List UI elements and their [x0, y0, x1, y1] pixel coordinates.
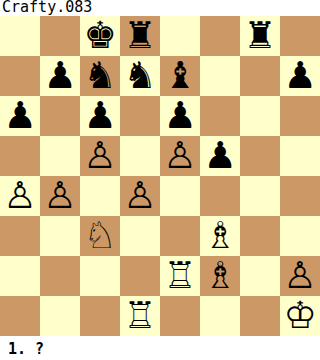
square-c4[interactable]	[80, 176, 120, 216]
piece-white-pawn[interactable]: ♙	[43, 176, 76, 216]
square-h2[interactable]: ♙	[280, 256, 320, 296]
square-b2[interactable]	[40, 256, 80, 296]
square-f4[interactable]	[200, 176, 240, 216]
piece-white-king[interactable]: ♔	[283, 296, 316, 336]
square-e4[interactable]	[160, 176, 200, 216]
square-h1[interactable]: ♔	[280, 296, 320, 336]
piece-white-pawn[interactable]: ♙	[163, 136, 196, 176]
square-g6[interactable]	[240, 96, 280, 136]
square-d6[interactable]	[120, 96, 160, 136]
square-b7[interactable]: ♟	[40, 56, 80, 96]
square-c7[interactable]: ♞	[80, 56, 120, 96]
square-a2[interactable]	[0, 256, 40, 296]
square-d7[interactable]: ♞	[120, 56, 160, 96]
square-g5[interactable]	[240, 136, 280, 176]
move-prompt: 1. ?	[0, 336, 320, 360]
piece-black-knight[interactable]: ♞	[123, 56, 156, 96]
square-h6[interactable]	[280, 96, 320, 136]
square-c2[interactable]	[80, 256, 120, 296]
square-h7[interactable]: ♟	[280, 56, 320, 96]
square-a4[interactable]: ♙	[0, 176, 40, 216]
square-f2[interactable]: ♗	[200, 256, 240, 296]
piece-black-rook[interactable]: ♜	[243, 16, 276, 56]
piece-white-pawn[interactable]: ♙	[83, 136, 116, 176]
square-e5[interactable]: ♙	[160, 136, 200, 176]
square-b4[interactable]: ♙	[40, 176, 80, 216]
square-g3[interactable]	[240, 216, 280, 256]
piece-white-bishop[interactable]: ♗	[203, 256, 236, 296]
square-b6[interactable]	[40, 96, 80, 136]
square-e6[interactable]: ♟	[160, 96, 200, 136]
square-b8[interactable]	[40, 16, 80, 56]
piece-black-rook[interactable]: ♜	[123, 16, 156, 56]
square-f3[interactable]: ♗	[200, 216, 240, 256]
square-e2[interactable]: ♖	[160, 256, 200, 296]
square-e3[interactable]	[160, 216, 200, 256]
piece-black-knight[interactable]: ♞	[83, 56, 116, 96]
square-c3[interactable]: ♘	[80, 216, 120, 256]
square-a1[interactable]	[0, 296, 40, 336]
square-a3[interactable]	[0, 216, 40, 256]
square-g1[interactable]	[240, 296, 280, 336]
square-f8[interactable]	[200, 16, 240, 56]
piece-white-pawn[interactable]: ♙	[123, 176, 156, 216]
square-a8[interactable]	[0, 16, 40, 56]
square-b5[interactable]	[40, 136, 80, 176]
square-c6[interactable]: ♟	[80, 96, 120, 136]
square-f6[interactable]	[200, 96, 240, 136]
square-h8[interactable]	[280, 16, 320, 56]
square-g8[interactable]: ♜	[240, 16, 280, 56]
piece-black-bishop[interactable]: ♝	[163, 56, 196, 96]
square-g2[interactable]	[240, 256, 280, 296]
piece-black-pawn[interactable]: ♟	[43, 56, 76, 96]
square-g7[interactable]	[240, 56, 280, 96]
piece-black-pawn[interactable]: ♟	[163, 96, 196, 136]
piece-black-pawn[interactable]: ♟	[83, 96, 116, 136]
square-d8[interactable]: ♜	[120, 16, 160, 56]
square-e8[interactable]	[160, 16, 200, 56]
piece-white-bishop[interactable]: ♗	[203, 216, 236, 256]
square-d2[interactable]	[120, 256, 160, 296]
square-d3[interactable]	[120, 216, 160, 256]
piece-white-rook[interactable]: ♖	[123, 296, 156, 336]
square-e1[interactable]	[160, 296, 200, 336]
square-c1[interactable]	[80, 296, 120, 336]
piece-white-pawn[interactable]: ♙	[283, 256, 316, 296]
chess-board: ♚♜♜♟♞♞♝♟♟♟♟♙♙♟♙♙♙♘♗♖♗♙♖♔	[0, 16, 320, 336]
square-f7[interactable]	[200, 56, 240, 96]
square-g4[interactable]	[240, 176, 280, 216]
square-a6[interactable]: ♟	[0, 96, 40, 136]
square-c8[interactable]: ♚	[80, 16, 120, 56]
square-f5[interactable]: ♟	[200, 136, 240, 176]
square-b1[interactable]	[40, 296, 80, 336]
square-h3[interactable]	[280, 216, 320, 256]
piece-black-pawn[interactable]: ♟	[283, 56, 316, 96]
square-e7[interactable]: ♝	[160, 56, 200, 96]
piece-black-pawn[interactable]: ♟	[3, 96, 36, 136]
square-f1[interactable]	[200, 296, 240, 336]
square-a7[interactable]	[0, 56, 40, 96]
piece-black-king[interactable]: ♚	[83, 16, 116, 56]
square-d1[interactable]: ♖	[120, 296, 160, 336]
square-d4[interactable]: ♙	[120, 176, 160, 216]
piece-white-pawn[interactable]: ♙	[3, 176, 36, 216]
piece-white-knight[interactable]: ♘	[83, 216, 116, 256]
square-b3[interactable]	[40, 216, 80, 256]
square-h5[interactable]	[280, 136, 320, 176]
square-a5[interactable]	[0, 136, 40, 176]
square-h4[interactable]	[280, 176, 320, 216]
piece-black-pawn[interactable]: ♟	[203, 136, 236, 176]
square-d5[interactable]	[120, 136, 160, 176]
piece-white-rook[interactable]: ♖	[163, 256, 196, 296]
square-c5[interactable]: ♙	[80, 136, 120, 176]
